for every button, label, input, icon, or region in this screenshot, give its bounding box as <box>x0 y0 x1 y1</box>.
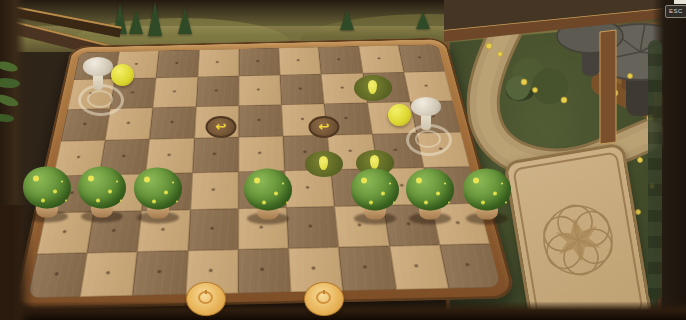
board-square-r1c3[interactable] <box>156 50 199 78</box>
plant-leaf-icon <box>0 59 19 74</box>
glow-ring <box>87 90 113 108</box>
piece-glow-mushroom-r3c8[interactable] <box>391 96 461 156</box>
board-square-r1c5[interactable] <box>239 48 280 76</box>
pine-tree-icon <box>340 10 354 30</box>
piece-moss-pear-coin-r4c6[interactable] <box>305 151 343 177</box>
piece-moss-pear-coin-r2c7[interactable] <box>354 75 392 101</box>
piece-thorn-bush-r5c9[interactable] <box>459 166 515 230</box>
bush-foliage <box>244 168 292 210</box>
bush-foliage <box>406 168 454 210</box>
piece-thorn-bush-r5c2[interactable] <box>74 164 130 228</box>
swap-arrow-icon: ↩ <box>208 118 235 136</box>
garland-strip <box>648 40 662 300</box>
peach-icon <box>316 291 331 304</box>
board-square-r2c3[interactable] <box>153 77 197 107</box>
yard-divider-beam <box>600 30 616 144</box>
mushroom-cap <box>411 97 441 116</box>
yellow-coin <box>388 104 411 126</box>
scramblecoin-table-scene: ↩↩ ESC <box>0 0 686 320</box>
escape-key-badge[interactable]: ESC <box>665 5 686 18</box>
pine-tree-icon <box>148 2 162 36</box>
partial-hud-icon <box>674 0 686 4</box>
piece-peach-coin-r7c6[interactable] <box>304 282 344 316</box>
bush-foliage <box>351 168 399 210</box>
piece-thorn-bush-r5c7[interactable] <box>347 166 403 230</box>
peach-icon <box>198 291 213 304</box>
board-square-r3c5[interactable] <box>238 105 282 138</box>
pine-tree-icon <box>178 8 192 34</box>
piece-thorn-bush-r5c8[interactable] <box>402 166 458 230</box>
piece-thorn-bush-r5c3[interactable] <box>130 165 186 229</box>
board-square-r1c7[interactable] <box>318 46 362 74</box>
bush-foliage <box>78 166 126 208</box>
board-square-r1c4[interactable] <box>197 49 238 77</box>
yellow-coin <box>111 64 134 86</box>
board-square-r4c4[interactable] <box>192 137 238 172</box>
board-square-r6c4[interactable] <box>188 209 238 251</box>
swap-arrow-icon: ↩ <box>311 118 338 136</box>
piece-glow-mushroom-r2c2[interactable] <box>63 56 133 116</box>
board-square-r5c4[interactable] <box>190 172 238 210</box>
piece-thorn-bush-r5c1[interactable] <box>19 164 75 228</box>
rosette-pattern <box>523 185 634 296</box>
mushroom-cap <box>83 57 113 76</box>
bush-foliage <box>463 168 511 210</box>
board-square-r2c6[interactable] <box>280 74 324 104</box>
board-square-r7c7[interactable] <box>339 246 396 291</box>
pine-tree-icon <box>129 10 143 34</box>
board-square-r7c2[interactable] <box>80 251 137 296</box>
piece-peach-coin-r7c4[interactable] <box>186 282 226 316</box>
piece-arrow-medallion-r3c4[interactable]: ↩ <box>206 116 237 138</box>
plant-leaf-icon <box>0 76 21 90</box>
board-square-r2c5[interactable] <box>239 75 282 105</box>
board-square-r1c9[interactable] <box>398 44 445 72</box>
board-square-r2c4[interactable] <box>196 76 239 106</box>
bush-foliage <box>134 167 182 209</box>
bush-foliage <box>23 166 71 208</box>
pine-tree-icon <box>416 12 430 29</box>
board-square-r7c5[interactable] <box>238 248 291 293</box>
piece-thorn-bush-r5c5[interactable] <box>240 166 296 230</box>
board-square-r7c3[interactable] <box>133 250 188 295</box>
plant-leaf-icon <box>0 92 20 110</box>
board-square-r1c8[interactable] <box>358 45 403 73</box>
board-square-r1c6[interactable] <box>279 47 322 75</box>
board-square-r3c3[interactable] <box>150 107 196 140</box>
piece-arrow-medallion-r3c6[interactable]: ↩ <box>309 116 340 138</box>
plant-leaf-icon <box>0 112 15 123</box>
glow-ring <box>415 130 441 148</box>
board-square-r7c1[interactable] <box>27 253 87 298</box>
bottom-table-edge <box>0 302 686 320</box>
